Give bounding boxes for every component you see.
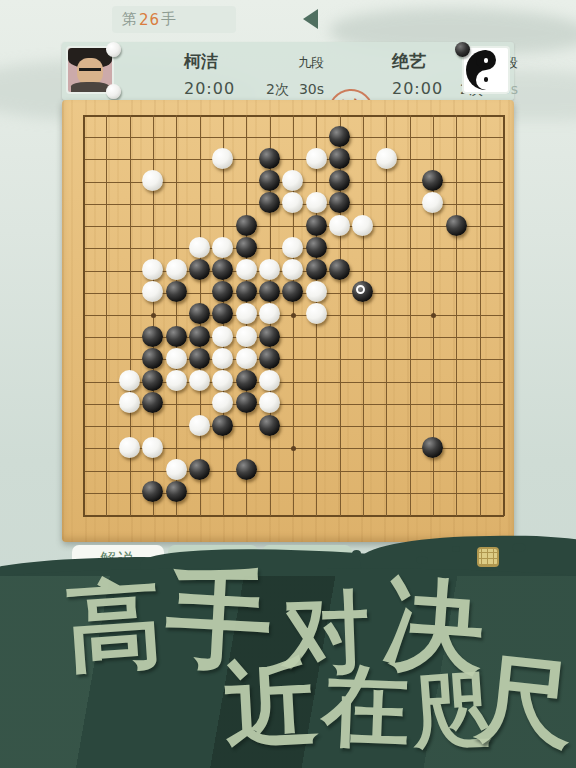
black-stone — [142, 370, 163, 391]
white-stone — [119, 392, 140, 413]
white-stone — [142, 259, 163, 280]
star-point — [151, 313, 156, 318]
white-stone — [306, 281, 327, 302]
black-stone — [306, 215, 327, 236]
white-stone — [282, 170, 303, 191]
white-stone — [236, 303, 257, 324]
black-stone — [166, 326, 187, 347]
black-stone — [212, 303, 233, 324]
white-stone — [306, 192, 327, 213]
grid-line — [83, 115, 85, 516]
black-stone — [329, 148, 350, 169]
top-bar: 第26手 — [0, 0, 576, 38]
black-stone — [142, 392, 163, 413]
white-stone — [212, 348, 233, 369]
white-stone — [259, 303, 280, 324]
black-stone — [259, 170, 280, 191]
white-stone — [259, 259, 280, 280]
players-panel: 柯洁 九段 20:00 2次 30s 白方 行棋 绝艺 九段 20:00 2次 … — [62, 42, 514, 100]
black-stone — [236, 370, 257, 391]
black-stone — [189, 348, 210, 369]
white-stone — [189, 370, 210, 391]
paint-splatter — [416, 556, 428, 564]
white-stone — [236, 348, 257, 369]
white-stone — [212, 148, 233, 169]
left-player-byoyomi: 30s — [299, 81, 324, 97]
right-player-main-time: 20:00 — [392, 79, 443, 98]
star-point — [291, 446, 296, 451]
white-stone-badge — [106, 42, 121, 57]
black-stone — [212, 259, 233, 280]
black-stone — [259, 415, 280, 436]
white-stone-badge — [106, 84, 121, 99]
white-stone — [212, 237, 233, 258]
white-stone — [329, 215, 350, 236]
black-stone — [329, 126, 350, 147]
left-player-info: 柯洁 九段 20:00 2次 30s — [184, 50, 324, 94]
paint-splatter — [352, 550, 361, 557]
right-player-name: 绝艺 — [392, 50, 426, 73]
move-number-pill: 第26手 — [112, 6, 236, 33]
white-stone — [212, 370, 233, 391]
black-stone — [282, 281, 303, 302]
white-stone — [142, 170, 163, 191]
black-stone — [212, 281, 233, 302]
black-stone — [306, 259, 327, 280]
white-stone — [166, 348, 187, 369]
white-stone — [306, 303, 327, 324]
white-stone — [236, 259, 257, 280]
black-stone — [189, 259, 210, 280]
black-stone — [329, 170, 350, 191]
black-stone-badge — [455, 42, 470, 57]
go-app-screen: 第26手 柯洁 九段 20:00 2次 30s 白方 行 — [0, 0, 576, 768]
black-stone — [236, 459, 257, 480]
white-stone — [142, 281, 163, 302]
white-stone — [306, 148, 327, 169]
white-stone — [142, 437, 163, 458]
black-stone — [329, 259, 350, 280]
black-stone — [142, 481, 163, 502]
grid-line — [480, 115, 481, 516]
black-stone — [259, 326, 280, 347]
white-stone — [189, 237, 210, 258]
white-stone — [166, 370, 187, 391]
white-stone — [376, 148, 397, 169]
left-player-main-time: 20:00 — [184, 79, 235, 98]
right-player-avatar[interactable] — [462, 46, 510, 94]
go-board[interactable] — [62, 100, 514, 542]
white-stone — [212, 392, 233, 413]
white-stone — [236, 326, 257, 347]
move-prefix: 第 — [122, 10, 138, 29]
white-stone — [282, 259, 303, 280]
left-player-rank: 九段 — [298, 54, 324, 72]
banner-character: 在 — [320, 660, 411, 751]
black-stone — [166, 281, 187, 302]
avatar-glasses — [79, 68, 102, 78]
grid-line — [363, 115, 364, 516]
banner-character: 尺 — [473, 649, 576, 755]
black-stone — [189, 459, 210, 480]
black-stone — [329, 192, 350, 213]
avatar-body — [71, 82, 110, 93]
black-stone — [166, 481, 187, 502]
grid-line — [176, 115, 177, 516]
black-stone — [259, 348, 280, 369]
previous-move-icon[interactable] — [303, 9, 318, 29]
black-stone — [142, 348, 163, 369]
move-suffix: 手 — [161, 10, 177, 29]
move-number: 26 — [138, 11, 161, 29]
black-stone — [236, 215, 257, 236]
black-stone — [236, 281, 257, 302]
white-stone — [282, 237, 303, 258]
banner-character: 近 — [222, 654, 321, 753]
grid-line — [503, 115, 505, 516]
white-stone — [166, 259, 187, 280]
yin-yang-icon — [466, 50, 506, 90]
white-stone — [189, 415, 210, 436]
white-stone — [119, 370, 140, 391]
white-stone — [259, 392, 280, 413]
black-stone — [306, 237, 327, 258]
star-point — [431, 313, 436, 318]
black-stone — [142, 326, 163, 347]
black-stone — [422, 437, 443, 458]
black-stone — [236, 237, 257, 258]
black-stone — [259, 192, 280, 213]
left-player-name: 柯洁 — [184, 50, 218, 73]
left-player-periods: 2次 — [266, 81, 289, 99]
star-point — [291, 313, 296, 318]
black-stone — [259, 148, 280, 169]
white-stone — [422, 192, 443, 213]
grid-line — [410, 115, 411, 516]
paint-splatter — [452, 546, 460, 552]
black-stone — [189, 326, 210, 347]
black-stone — [446, 215, 467, 236]
grid-line — [456, 115, 457, 516]
white-stone — [352, 215, 373, 236]
black-stone — [236, 392, 257, 413]
paint-splatter — [512, 543, 526, 552]
white-stone — [259, 370, 280, 391]
black-stone — [189, 303, 210, 324]
white-stone — [212, 326, 233, 347]
black-stone — [422, 170, 443, 191]
black-stone — [259, 281, 280, 302]
white-stone — [282, 192, 303, 213]
black-stone — [212, 415, 233, 436]
last-move-marker — [356, 285, 365, 294]
board-icon[interactable] — [477, 547, 499, 567]
white-stone — [166, 459, 187, 480]
banner-character: 高 — [63, 575, 165, 677]
black-stone — [352, 281, 373, 302]
white-stone — [119, 437, 140, 458]
grid-line — [106, 115, 107, 516]
grid-line — [386, 115, 387, 516]
